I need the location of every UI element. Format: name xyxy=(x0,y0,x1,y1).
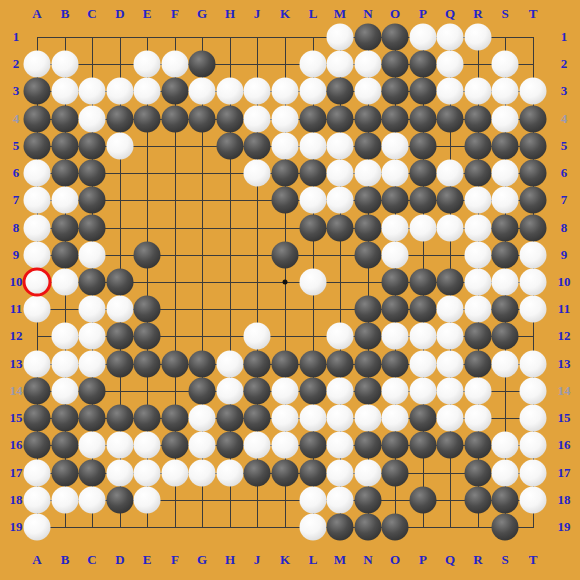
row-label-left-9: 9 xyxy=(13,247,20,263)
white-stone-S2 xyxy=(492,51,519,78)
column-label-bottom-H: H xyxy=(225,552,235,568)
black-stone-C7 xyxy=(79,187,106,214)
black-stone-K9 xyxy=(272,242,299,269)
black-stone-D4 xyxy=(107,106,134,133)
black-stone-H15 xyxy=(217,405,244,432)
row-label-left-8: 8 xyxy=(13,220,20,236)
white-stone-N17 xyxy=(355,460,382,487)
white-stone-L15 xyxy=(300,405,327,432)
white-stone-T9 xyxy=(520,242,547,269)
white-stone-S17 xyxy=(492,460,519,487)
white-stone-O5 xyxy=(382,133,409,160)
column-label-top-Q: Q xyxy=(445,6,455,22)
white-stone-K3 xyxy=(272,78,299,105)
white-stone-Q3 xyxy=(437,78,464,105)
white-stone-F17 xyxy=(162,460,189,487)
white-stone-M6 xyxy=(327,160,354,187)
black-stone-H5 xyxy=(217,133,244,160)
black-stone-T5 xyxy=(520,133,547,160)
black-stone-G2 xyxy=(189,51,216,78)
black-stone-D13 xyxy=(107,351,134,378)
black-stone-O10 xyxy=(382,269,409,296)
white-stone-R11 xyxy=(465,296,492,323)
white-stone-T18 xyxy=(520,487,547,514)
black-stone-P11 xyxy=(410,296,437,323)
black-stone-F15 xyxy=(162,405,189,432)
row-label-right-16: 16 xyxy=(558,437,571,453)
column-label-top-C: C xyxy=(87,6,96,22)
black-stone-A4 xyxy=(24,106,51,133)
column-label-top-D: D xyxy=(115,6,124,22)
white-stone-C16 xyxy=(79,432,106,459)
white-stone-R15 xyxy=(465,405,492,432)
row-label-left-19: 19 xyxy=(10,519,23,535)
row-label-left-17: 17 xyxy=(10,465,23,481)
last-move-marker xyxy=(23,268,52,297)
black-stone-B17 xyxy=(52,460,79,487)
white-stone-B18 xyxy=(52,487,79,514)
black-stone-N1 xyxy=(355,24,382,51)
black-stone-K17 xyxy=(272,460,299,487)
white-stone-B10 xyxy=(52,269,79,296)
black-stone-O16 xyxy=(382,432,409,459)
column-label-top-J: J xyxy=(254,6,261,22)
white-stone-T3 xyxy=(520,78,547,105)
black-stone-R4 xyxy=(465,106,492,133)
black-stone-C8 xyxy=(79,215,106,242)
black-stone-P6 xyxy=(410,160,437,187)
black-stone-B16 xyxy=(52,432,79,459)
white-stone-B7 xyxy=(52,187,79,214)
column-label-bottom-S: S xyxy=(501,552,508,568)
column-label-bottom-T: T xyxy=(529,552,538,568)
white-stone-A13 xyxy=(24,351,51,378)
column-label-top-R: R xyxy=(473,6,482,22)
white-stone-E16 xyxy=(134,432,161,459)
white-stone-G17 xyxy=(189,460,216,487)
black-stone-H16 xyxy=(217,432,244,459)
white-stone-C9 xyxy=(79,242,106,269)
black-stone-J5 xyxy=(244,133,271,160)
white-stone-T16 xyxy=(520,432,547,459)
white-stone-J3 xyxy=(244,78,271,105)
white-stone-M5 xyxy=(327,133,354,160)
white-stone-P14 xyxy=(410,378,437,405)
black-stone-O2 xyxy=(382,51,409,78)
row-label-right-5: 5 xyxy=(561,138,568,154)
white-stone-Q14 xyxy=(437,378,464,405)
white-stone-O12 xyxy=(382,323,409,350)
black-stone-P16 xyxy=(410,432,437,459)
white-stone-T17 xyxy=(520,460,547,487)
white-stone-O8 xyxy=(382,215,409,242)
black-stone-L14 xyxy=(300,378,327,405)
white-stone-T14 xyxy=(520,378,547,405)
black-stone-J14 xyxy=(244,378,271,405)
black-stone-K7 xyxy=(272,187,299,214)
white-stone-A11 xyxy=(24,296,51,323)
black-stone-L8 xyxy=(300,215,327,242)
black-stone-P7 xyxy=(410,187,437,214)
black-stone-S12 xyxy=(492,323,519,350)
white-stone-J12 xyxy=(244,323,271,350)
black-stone-O13 xyxy=(382,351,409,378)
row-label-left-12: 12 xyxy=(10,328,23,344)
black-stone-Q7 xyxy=(437,187,464,214)
row-label-left-10: 10 xyxy=(10,274,23,290)
white-stone-Q11 xyxy=(437,296,464,323)
white-stone-Q6 xyxy=(437,160,464,187)
black-stone-D12 xyxy=(107,323,134,350)
black-stone-S19 xyxy=(492,514,519,541)
white-stone-C4 xyxy=(79,106,106,133)
black-stone-A16 xyxy=(24,432,51,459)
column-label-bottom-N: N xyxy=(363,552,372,568)
black-stone-N18 xyxy=(355,487,382,514)
row-label-left-2: 2 xyxy=(13,56,20,72)
black-stone-E15 xyxy=(134,405,161,432)
black-stone-B6 xyxy=(52,160,79,187)
black-stone-B8 xyxy=(52,215,79,242)
black-stone-N9 xyxy=(355,242,382,269)
white-stone-P13 xyxy=(410,351,437,378)
black-stone-N13 xyxy=(355,351,382,378)
column-label-top-M: M xyxy=(334,6,346,22)
black-stone-B5 xyxy=(52,133,79,160)
black-stone-N7 xyxy=(355,187,382,214)
white-stone-J4 xyxy=(244,106,271,133)
black-stone-T6 xyxy=(520,160,547,187)
black-stone-C17 xyxy=(79,460,106,487)
black-stone-N4 xyxy=(355,106,382,133)
black-stone-L16 xyxy=(300,432,327,459)
black-stone-F16 xyxy=(162,432,189,459)
row-label-right-17: 17 xyxy=(558,465,571,481)
white-stone-H13 xyxy=(217,351,244,378)
white-stone-B12 xyxy=(52,323,79,350)
white-stone-P12 xyxy=(410,323,437,350)
black-stone-R18 xyxy=(465,487,492,514)
white-stone-Q12 xyxy=(437,323,464,350)
white-stone-E17 xyxy=(134,460,161,487)
black-stone-D18 xyxy=(107,487,134,514)
white-stone-M15 xyxy=(327,405,354,432)
black-stone-C10 xyxy=(79,269,106,296)
black-stone-O7 xyxy=(382,187,409,214)
black-stone-L17 xyxy=(300,460,327,487)
black-stone-T7 xyxy=(520,187,547,214)
white-stone-O14 xyxy=(382,378,409,405)
row-label-right-7: 7 xyxy=(561,192,568,208)
white-stone-A9 xyxy=(24,242,51,269)
white-stone-L2 xyxy=(300,51,327,78)
black-stone-A5 xyxy=(24,133,51,160)
black-stone-H4 xyxy=(217,106,244,133)
white-stone-K4 xyxy=(272,106,299,133)
black-stone-T4 xyxy=(520,106,547,133)
row-label-right-8: 8 xyxy=(561,220,568,236)
white-stone-P1 xyxy=(410,24,437,51)
black-stone-R6 xyxy=(465,160,492,187)
white-stone-J6 xyxy=(244,160,271,187)
go-board[interactable]: AABBCCDDEEFFGGHHJJKKLLMMNNOOPPQQRRSSTT11… xyxy=(0,0,580,580)
white-stone-A18 xyxy=(24,487,51,514)
black-stone-G4 xyxy=(189,106,216,133)
white-stone-P8 xyxy=(410,215,437,242)
row-label-left-13: 13 xyxy=(10,356,23,372)
black-stone-Q16 xyxy=(437,432,464,459)
white-stone-S16 xyxy=(492,432,519,459)
white-stone-O15 xyxy=(382,405,409,432)
white-stone-S10 xyxy=(492,269,519,296)
white-stone-K16 xyxy=(272,432,299,459)
black-stone-F13 xyxy=(162,351,189,378)
black-stone-R17 xyxy=(465,460,492,487)
column-label-top-K: K xyxy=(280,6,290,22)
black-stone-G13 xyxy=(189,351,216,378)
white-stone-S13 xyxy=(492,351,519,378)
white-stone-Q2 xyxy=(437,51,464,78)
black-stone-E9 xyxy=(134,242,161,269)
row-label-right-9: 9 xyxy=(561,247,568,263)
black-stone-M19 xyxy=(327,514,354,541)
black-stone-F4 xyxy=(162,106,189,133)
black-stone-M13 xyxy=(327,351,354,378)
black-stone-E13 xyxy=(134,351,161,378)
black-stone-P18 xyxy=(410,487,437,514)
white-stone-N2 xyxy=(355,51,382,78)
white-stone-E2 xyxy=(134,51,161,78)
black-stone-D10 xyxy=(107,269,134,296)
white-stone-M12 xyxy=(327,323,354,350)
white-stone-A17 xyxy=(24,460,51,487)
black-stone-A3 xyxy=(24,78,51,105)
column-label-top-A: A xyxy=(32,6,41,22)
white-stone-L7 xyxy=(300,187,327,214)
column-label-bottom-L: L xyxy=(309,552,318,568)
black-stone-M4 xyxy=(327,106,354,133)
black-stone-J15 xyxy=(244,405,271,432)
black-stone-G14 xyxy=(189,378,216,405)
column-label-bottom-G: G xyxy=(197,552,207,568)
black-stone-C6 xyxy=(79,160,106,187)
black-stone-O11 xyxy=(382,296,409,323)
white-stone-E18 xyxy=(134,487,161,514)
black-stone-O4 xyxy=(382,106,409,133)
black-stone-N5 xyxy=(355,133,382,160)
white-stone-D3 xyxy=(107,78,134,105)
column-label-bottom-E: E xyxy=(143,552,152,568)
black-stone-S5 xyxy=(492,133,519,160)
column-label-bottom-O: O xyxy=(390,552,400,568)
column-label-bottom-M: M xyxy=(334,552,346,568)
black-stone-A14 xyxy=(24,378,51,405)
white-stone-R8 xyxy=(465,215,492,242)
white-stone-D16 xyxy=(107,432,134,459)
row-label-right-2: 2 xyxy=(561,56,568,72)
black-stone-C15 xyxy=(79,405,106,432)
white-stone-H14 xyxy=(217,378,244,405)
black-stone-S8 xyxy=(492,215,519,242)
white-stone-T13 xyxy=(520,351,547,378)
white-stone-N6 xyxy=(355,160,382,187)
row-label-left-5: 5 xyxy=(13,138,20,154)
black-stone-N11 xyxy=(355,296,382,323)
black-stone-R13 xyxy=(465,351,492,378)
white-stone-H17 xyxy=(217,460,244,487)
black-stone-P2 xyxy=(410,51,437,78)
white-stone-M2 xyxy=(327,51,354,78)
black-stone-N19 xyxy=(355,514,382,541)
black-stone-E4 xyxy=(134,106,161,133)
black-stone-J13 xyxy=(244,351,271,378)
row-label-left-7: 7 xyxy=(13,192,20,208)
row-label-right-19: 19 xyxy=(558,519,571,535)
white-stone-T11 xyxy=(520,296,547,323)
row-label-right-1: 1 xyxy=(561,29,568,45)
white-stone-N3 xyxy=(355,78,382,105)
black-stone-C5 xyxy=(79,133,106,160)
white-stone-K14 xyxy=(272,378,299,405)
row-label-right-15: 15 xyxy=(558,410,571,426)
white-stone-M16 xyxy=(327,432,354,459)
row-label-left-16: 16 xyxy=(10,437,23,453)
white-stone-D5 xyxy=(107,133,134,160)
white-stone-B14 xyxy=(52,378,79,405)
white-stone-Q15 xyxy=(437,405,464,432)
white-stone-R10 xyxy=(465,269,492,296)
white-stone-R14 xyxy=(465,378,492,405)
column-label-top-S: S xyxy=(501,6,508,22)
row-label-left-4: 4 xyxy=(13,111,20,127)
white-stone-O9 xyxy=(382,242,409,269)
row-label-right-12: 12 xyxy=(558,328,571,344)
white-stone-M7 xyxy=(327,187,354,214)
white-stone-M17 xyxy=(327,460,354,487)
grid-line-horizontal xyxy=(37,527,534,528)
white-stone-D17 xyxy=(107,460,134,487)
white-stone-J16 xyxy=(244,432,271,459)
white-stone-A2 xyxy=(24,51,51,78)
row-label-right-11: 11 xyxy=(558,301,570,317)
white-stone-C18 xyxy=(79,487,106,514)
black-stone-P15 xyxy=(410,405,437,432)
black-stone-R5 xyxy=(465,133,492,160)
column-label-bottom-R: R xyxy=(473,552,482,568)
black-stone-P3 xyxy=(410,78,437,105)
white-stone-G3 xyxy=(189,78,216,105)
column-label-bottom-B: B xyxy=(61,552,70,568)
white-stone-B13 xyxy=(52,351,79,378)
white-stone-S7 xyxy=(492,187,519,214)
black-stone-L6 xyxy=(300,160,327,187)
row-label-right-10: 10 xyxy=(558,274,571,290)
column-label-top-F: F xyxy=(171,6,179,22)
black-stone-S9 xyxy=(492,242,519,269)
column-label-bottom-D: D xyxy=(115,552,124,568)
black-stone-O17 xyxy=(382,460,409,487)
black-stone-L13 xyxy=(300,351,327,378)
white-stone-C12 xyxy=(79,323,106,350)
white-stone-S6 xyxy=(492,160,519,187)
white-stone-L10 xyxy=(300,269,327,296)
column-label-top-P: P xyxy=(419,6,427,22)
black-stone-P10 xyxy=(410,269,437,296)
column-label-bottom-P: P xyxy=(419,552,427,568)
white-stone-C3 xyxy=(79,78,106,105)
column-label-bottom-C: C xyxy=(87,552,96,568)
white-stone-R9 xyxy=(465,242,492,269)
column-label-top-E: E xyxy=(143,6,152,22)
black-stone-S18 xyxy=(492,487,519,514)
white-stone-Q13 xyxy=(437,351,464,378)
white-stone-L19 xyxy=(300,514,327,541)
white-stone-A8 xyxy=(24,215,51,242)
black-stone-D15 xyxy=(107,405,134,432)
white-stone-Q8 xyxy=(437,215,464,242)
white-stone-K5 xyxy=(272,133,299,160)
column-label-top-G: G xyxy=(197,6,207,22)
black-stone-J17 xyxy=(244,460,271,487)
black-stone-E11 xyxy=(134,296,161,323)
row-label-left-1: 1 xyxy=(13,29,20,45)
row-label-left-3: 3 xyxy=(13,83,20,99)
row-label-right-6: 6 xyxy=(561,165,568,181)
white-stone-A6 xyxy=(24,160,51,187)
column-label-top-L: L xyxy=(309,6,318,22)
white-stone-L18 xyxy=(300,487,327,514)
row-label-right-14: 14 xyxy=(558,383,571,399)
row-label-right-13: 13 xyxy=(558,356,571,372)
black-stone-O1 xyxy=(382,24,409,51)
column-label-top-B: B xyxy=(61,6,70,22)
black-stone-Q4 xyxy=(437,106,464,133)
black-stone-B4 xyxy=(52,106,79,133)
row-label-left-6: 6 xyxy=(13,165,20,181)
white-stone-S4 xyxy=(492,106,519,133)
black-stone-B15 xyxy=(52,405,79,432)
black-stone-Q10 xyxy=(437,269,464,296)
column-label-top-T: T xyxy=(529,6,538,22)
black-stone-L4 xyxy=(300,106,327,133)
black-stone-P5 xyxy=(410,133,437,160)
white-stone-F2 xyxy=(162,51,189,78)
row-label-left-14: 14 xyxy=(10,383,23,399)
black-stone-N14 xyxy=(355,378,382,405)
column-label-bottom-Q: Q xyxy=(445,552,455,568)
white-stone-T15 xyxy=(520,405,547,432)
black-stone-B9 xyxy=(52,242,79,269)
white-stone-C13 xyxy=(79,351,106,378)
white-stone-N15 xyxy=(355,405,382,432)
black-stone-R12 xyxy=(465,323,492,350)
black-stone-O3 xyxy=(382,78,409,105)
white-stone-Q1 xyxy=(437,24,464,51)
black-stone-N8 xyxy=(355,215,382,242)
column-label-bottom-J: J xyxy=(254,552,261,568)
black-stone-F3 xyxy=(162,78,189,105)
row-label-right-3: 3 xyxy=(561,83,568,99)
white-stone-K15 xyxy=(272,405,299,432)
row-label-left-11: 11 xyxy=(10,301,22,317)
white-stone-A7 xyxy=(24,187,51,214)
white-stone-H3 xyxy=(217,78,244,105)
white-stone-A19 xyxy=(24,514,51,541)
white-stone-M18 xyxy=(327,487,354,514)
white-stone-M1 xyxy=(327,24,354,51)
black-stone-K13 xyxy=(272,351,299,378)
black-stone-O19 xyxy=(382,514,409,541)
